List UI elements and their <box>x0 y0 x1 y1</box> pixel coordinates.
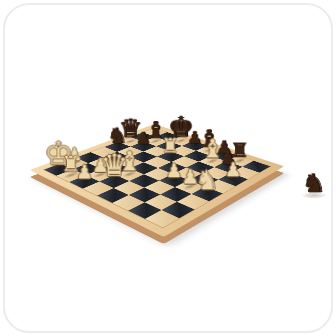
chess-set-product-photo: ♚♟♜♟♟♛♝♜♟♝♟♞♟♞♛♝♟♚♟♝♟♜♟ ♞ <box>0 0 336 336</box>
piece-white-pawn-a6: ♟ <box>70 158 100 181</box>
piece-white-knight-d1: ♞ <box>192 163 223 194</box>
piece-white-rook-f5: ♜ <box>157 133 184 157</box>
off-board-piece-shadow <box>301 192 327 199</box>
piece-white-queen-b5: ♛ <box>100 146 130 181</box>
piece-white-pawn-f1: ♟ <box>218 156 247 179</box>
